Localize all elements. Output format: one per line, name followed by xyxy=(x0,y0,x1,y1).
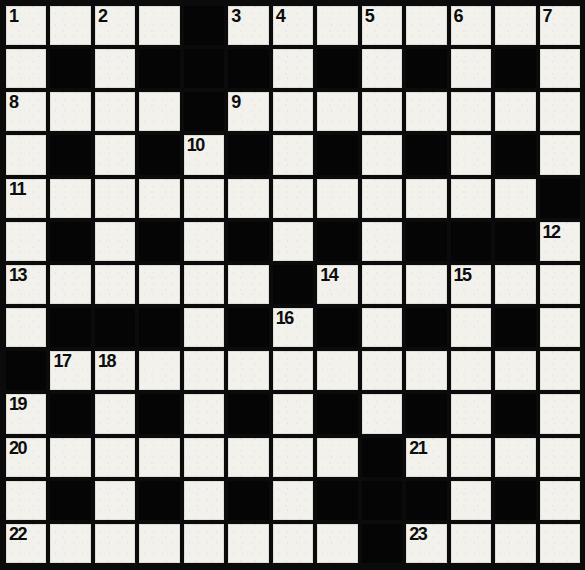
cell-r10c9[interactable] xyxy=(362,394,402,433)
cell-r6c2-black xyxy=(50,222,90,261)
cell-r13c1[interactable]: 22 xyxy=(6,524,46,563)
clue-number-10: 10 xyxy=(187,135,204,155)
cell-r8c10-black xyxy=(406,308,446,347)
cell-r8c7[interactable]: 16 xyxy=(273,308,313,347)
cell-r6c13[interactable]: 12 xyxy=(540,222,580,261)
cell-r12c1[interactable] xyxy=(6,481,46,520)
cell-r1c1[interactable]: 1 xyxy=(6,6,46,45)
clue-number-18: 18 xyxy=(98,351,115,371)
cell-r4c8-black xyxy=(317,135,357,174)
cell-r13c10[interactable]: 23 xyxy=(406,524,446,563)
clue-number-12: 12 xyxy=(543,222,560,242)
cell-r9c8[interactable] xyxy=(317,351,357,390)
cell-r3c2[interactable] xyxy=(50,92,90,131)
cell-r5c10[interactable] xyxy=(406,179,446,218)
cell-r10c8-black xyxy=(317,394,357,433)
cell-r5c13-black xyxy=(540,179,580,218)
cell-r13c6[interactable] xyxy=(228,524,268,563)
cell-r3c13[interactable] xyxy=(540,92,580,131)
clue-number-5: 5 xyxy=(365,6,374,26)
cell-r7c10[interactable] xyxy=(406,265,446,304)
cell-r6c4-black xyxy=(139,222,179,261)
cell-r4c2-black xyxy=(50,135,90,174)
cell-r2c13[interactable] xyxy=(540,49,580,88)
cell-r7c2[interactable] xyxy=(50,265,90,304)
cell-r2c4-black xyxy=(139,49,179,88)
cell-r9c12[interactable] xyxy=(495,351,535,390)
cell-r11c10[interactable]: 21 xyxy=(406,438,446,477)
cell-r4c13[interactable] xyxy=(540,135,580,174)
cell-r1c2[interactable] xyxy=(50,6,90,45)
clue-number-3: 3 xyxy=(231,6,240,26)
cell-r10c5[interactable] xyxy=(184,394,224,433)
cell-r3c6[interactable]: 9 xyxy=(228,92,268,131)
cell-r4c9[interactable] xyxy=(362,135,402,174)
cell-r3c11[interactable] xyxy=(451,92,491,131)
clue-number-16: 16 xyxy=(276,308,293,328)
cell-r1c7[interactable]: 4 xyxy=(273,6,313,45)
cell-r9c5[interactable] xyxy=(184,351,224,390)
cell-r11c6[interactable] xyxy=(228,438,268,477)
cell-r5c5[interactable] xyxy=(184,179,224,218)
cell-r10c13[interactable] xyxy=(540,394,580,433)
cell-r4c1[interactable] xyxy=(6,135,46,174)
cell-r2c3[interactable] xyxy=(95,49,135,88)
cell-r10c10-black xyxy=(406,394,446,433)
cell-r1c3[interactable]: 2 xyxy=(95,6,135,45)
cell-r3c1[interactable]: 8 xyxy=(6,92,46,131)
cell-r7c13[interactable] xyxy=(540,265,580,304)
cell-r4c5[interactable]: 10 xyxy=(184,135,224,174)
cell-r3c8[interactable] xyxy=(317,92,357,131)
cell-r1c10[interactable] xyxy=(406,6,446,45)
cell-r13c5[interactable] xyxy=(184,524,224,563)
cell-r10c6-black xyxy=(228,394,268,433)
cell-r5c3[interactable] xyxy=(95,179,135,218)
cell-r6c7[interactable] xyxy=(273,222,313,261)
cell-r6c1[interactable] xyxy=(6,222,46,261)
cell-r2c5-black xyxy=(184,49,224,88)
cell-r3c7[interactable] xyxy=(273,92,313,131)
cell-r13c8[interactable] xyxy=(317,524,357,563)
cell-r4c10-black xyxy=(406,135,446,174)
cell-r8c2-black xyxy=(50,308,90,347)
cell-r9c2[interactable]: 17 xyxy=(50,351,90,390)
cell-r5c11[interactable] xyxy=(451,179,491,218)
cell-r13c2[interactable] xyxy=(50,524,90,563)
clue-number-21: 21 xyxy=(409,438,426,458)
cell-r7c3[interactable] xyxy=(95,265,135,304)
cell-r8c8-black xyxy=(317,308,357,347)
cell-r11c8[interactable] xyxy=(317,438,357,477)
cell-r7c5[interactable] xyxy=(184,265,224,304)
cell-r13c4[interactable] xyxy=(139,524,179,563)
clue-number-15: 15 xyxy=(454,265,471,285)
cell-r5c4[interactable] xyxy=(139,179,179,218)
cell-r5c1[interactable]: 11 xyxy=(6,179,46,218)
cell-r8c9[interactable] xyxy=(362,308,402,347)
clue-number-2: 2 xyxy=(98,6,107,26)
cell-r5c6[interactable] xyxy=(228,179,268,218)
cell-r7c8[interactable]: 14 xyxy=(317,265,357,304)
cell-r6c3[interactable] xyxy=(95,222,135,261)
cell-r2c2-black xyxy=(50,49,90,88)
clue-number-23: 23 xyxy=(409,524,426,544)
cell-r2c8-black xyxy=(317,49,357,88)
cell-r11c9-black xyxy=(362,438,402,477)
cell-r12c4-black xyxy=(139,481,179,520)
cell-r9c3[interactable]: 18 xyxy=(95,351,135,390)
cell-r2c10-black xyxy=(406,49,446,88)
cell-r5c2[interactable] xyxy=(50,179,90,218)
cell-r12c2-black xyxy=(50,481,90,520)
cell-r3c4[interactable] xyxy=(139,92,179,131)
cell-r8c6-black xyxy=(228,308,268,347)
cell-r9c13[interactable] xyxy=(540,351,580,390)
cell-r3c10[interactable] xyxy=(406,92,446,131)
cell-r7c1[interactable]: 13 xyxy=(6,265,46,304)
cell-r12c9-black xyxy=(362,481,402,520)
cell-r4c6-black xyxy=(228,135,268,174)
cell-r1c5-black xyxy=(184,6,224,45)
cell-r7c9[interactable] xyxy=(362,265,402,304)
cell-r4c11[interactable] xyxy=(451,135,491,174)
clue-number-9: 9 xyxy=(231,92,240,112)
cell-r9c6[interactable] xyxy=(228,351,268,390)
cell-r1c11[interactable]: 6 xyxy=(451,6,491,45)
cell-r6c12-black xyxy=(495,222,535,261)
cell-r12c3[interactable] xyxy=(95,481,135,520)
clue-number-11: 11 xyxy=(9,179,25,199)
cell-r5c12[interactable] xyxy=(495,179,535,218)
cell-r6c9[interactable] xyxy=(362,222,402,261)
clue-number-17: 17 xyxy=(53,351,70,371)
cell-r6c11-black xyxy=(451,222,491,261)
cell-r6c8-black xyxy=(317,222,357,261)
cell-r11c2[interactable] xyxy=(50,438,90,477)
cell-r2c6-black xyxy=(228,49,268,88)
cell-r13c12[interactable] xyxy=(495,524,535,563)
cell-r13c3[interactable] xyxy=(95,524,135,563)
cell-r2c9[interactable] xyxy=(362,49,402,88)
cell-r2c12-black xyxy=(495,49,535,88)
cell-r10c4-black xyxy=(139,394,179,433)
cell-r3c12[interactable] xyxy=(495,92,535,131)
cell-r5c8[interactable] xyxy=(317,179,357,218)
cell-r10c7[interactable] xyxy=(273,394,313,433)
cell-r4c12-black xyxy=(495,135,535,174)
cell-r12c8-black xyxy=(317,481,357,520)
cell-r12c12-black xyxy=(495,481,535,520)
cell-r9c4[interactable] xyxy=(139,351,179,390)
cell-r7c12[interactable] xyxy=(495,265,535,304)
cell-r1c6[interactable]: 3 xyxy=(228,6,268,45)
cell-r9c11[interactable] xyxy=(451,351,491,390)
cell-r2c1[interactable] xyxy=(6,49,46,88)
cell-r8c4-black xyxy=(139,308,179,347)
cell-r12c13[interactable] xyxy=(540,481,580,520)
cell-r11c7[interactable] xyxy=(273,438,313,477)
cell-r13c9-black xyxy=(362,524,402,563)
cell-r9c7[interactable] xyxy=(273,351,313,390)
cell-r9c10[interactable] xyxy=(406,351,446,390)
clue-number-8: 8 xyxy=(9,92,18,112)
cell-r12c11[interactable] xyxy=(451,481,491,520)
clue-number-22: 22 xyxy=(9,524,26,544)
cell-r13c13[interactable] xyxy=(540,524,580,563)
cell-r3c9[interactable] xyxy=(362,92,402,131)
cell-r12c7[interactable] xyxy=(273,481,313,520)
cell-r11c1[interactable]: 20 xyxy=(6,438,46,477)
cell-r1c8[interactable] xyxy=(317,6,357,45)
cell-r11c4[interactable] xyxy=(139,438,179,477)
cell-r1c13[interactable]: 7 xyxy=(540,6,580,45)
cell-r8c13[interactable] xyxy=(540,308,580,347)
clue-number-19: 19 xyxy=(9,394,26,414)
cell-r11c3[interactable] xyxy=(95,438,135,477)
cell-r2c7[interactable] xyxy=(273,49,313,88)
cell-r4c7[interactable] xyxy=(273,135,313,174)
cell-r1c12[interactable] xyxy=(495,6,535,45)
cell-r6c6-black xyxy=(228,222,268,261)
cell-r10c11[interactable] xyxy=(451,394,491,433)
cell-r8c1[interactable] xyxy=(6,308,46,347)
cell-r11c13[interactable] xyxy=(540,438,580,477)
cell-r7c4[interactable] xyxy=(139,265,179,304)
cell-r4c4-black xyxy=(139,135,179,174)
cell-r11c11[interactable] xyxy=(451,438,491,477)
cell-r10c2-black xyxy=(50,394,90,433)
cell-r10c3[interactable] xyxy=(95,394,135,433)
clue-number-20: 20 xyxy=(9,438,26,458)
cell-r7c6[interactable] xyxy=(228,265,268,304)
clue-number-14: 14 xyxy=(320,265,337,285)
cell-r12c6-black xyxy=(228,481,268,520)
cell-r5c9[interactable] xyxy=(362,179,402,218)
cell-r8c11[interactable] xyxy=(451,308,491,347)
cell-r6c5[interactable] xyxy=(184,222,224,261)
cell-r12c10-black xyxy=(406,481,446,520)
cell-r7c7-black xyxy=(273,265,313,304)
cell-r1c4[interactable] xyxy=(139,6,179,45)
cell-r10c1[interactable]: 19 xyxy=(6,394,46,433)
cell-r3c3[interactable] xyxy=(95,92,135,131)
cell-r3c5-black xyxy=(184,92,224,131)
clue-number-1: 1 xyxy=(9,6,18,26)
cell-r2c11[interactable] xyxy=(451,49,491,88)
crossword-grid: 1234567891011121314151617181920212223 xyxy=(0,0,585,570)
cell-r12c5[interactable] xyxy=(184,481,224,520)
cell-r11c12[interactable] xyxy=(495,438,535,477)
cell-r6c10-black xyxy=(406,222,446,261)
clue-number-13: 13 xyxy=(9,265,26,285)
cell-r1c9[interactable]: 5 xyxy=(362,6,402,45)
cell-r9c9[interactable] xyxy=(362,351,402,390)
cell-r8c12-black xyxy=(495,308,535,347)
clue-number-4: 4 xyxy=(276,6,285,26)
cell-r13c7[interactable] xyxy=(273,524,313,563)
cell-r10c12-black xyxy=(495,394,535,433)
cell-r11c5[interactable] xyxy=(184,438,224,477)
cell-r13c11[interactable] xyxy=(451,524,491,563)
cell-r7c11[interactable]: 15 xyxy=(451,265,491,304)
cell-r9c1-black xyxy=(6,351,46,390)
cell-r4c3[interactable] xyxy=(95,135,135,174)
cell-r8c3-black xyxy=(95,308,135,347)
clue-number-7: 7 xyxy=(543,6,552,26)
cell-r5c7[interactable] xyxy=(273,179,313,218)
cell-r8c5[interactable] xyxy=(184,308,224,347)
clue-number-6: 6 xyxy=(454,6,463,26)
